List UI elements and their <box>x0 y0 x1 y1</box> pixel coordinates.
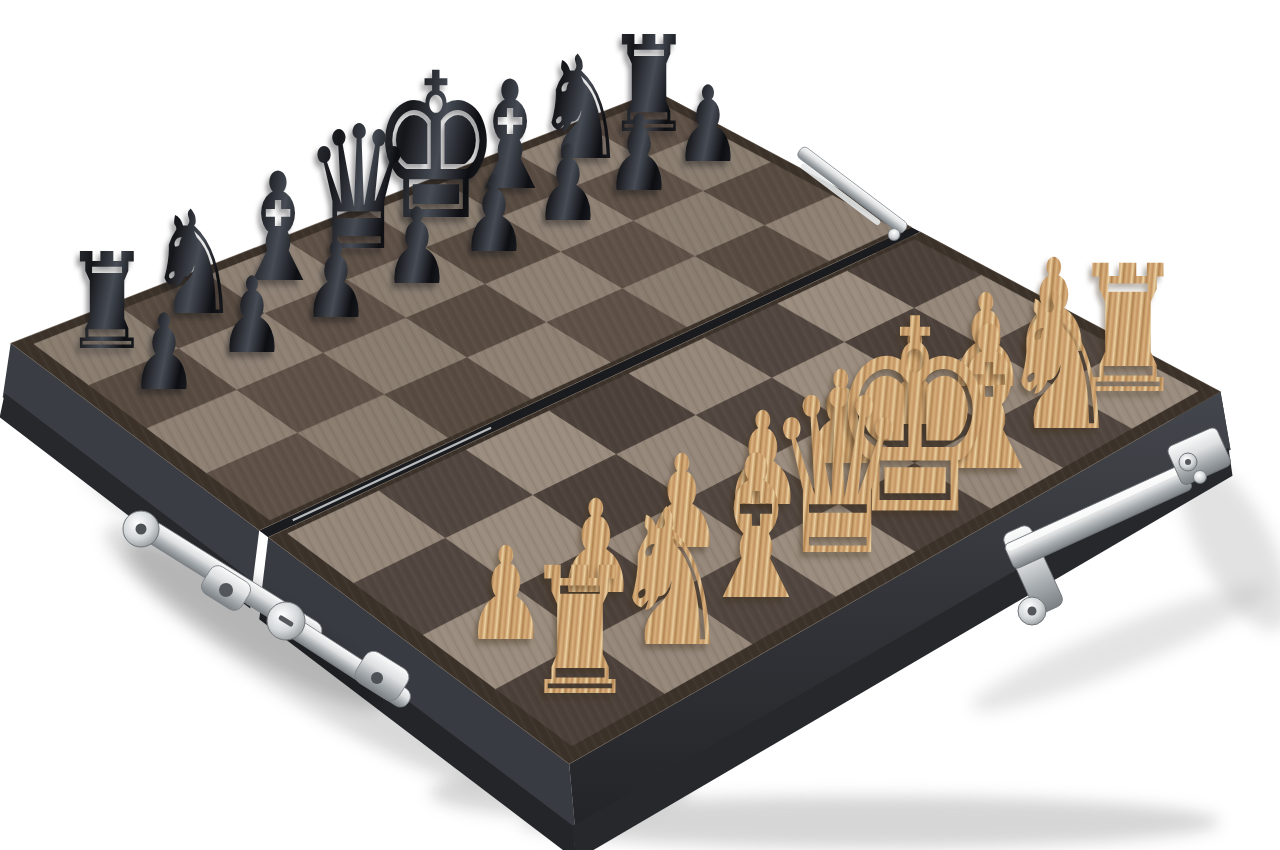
chess-set-photo: ♜♞♟♝♟♚♟♛♟♝♟♞♟♜♟♟♟♟♜♟♞♟♝♟♚♟♛♟♝♟♞♜ <box>0 0 1280 850</box>
chess-case-and-board <box>0 0 1280 850</box>
